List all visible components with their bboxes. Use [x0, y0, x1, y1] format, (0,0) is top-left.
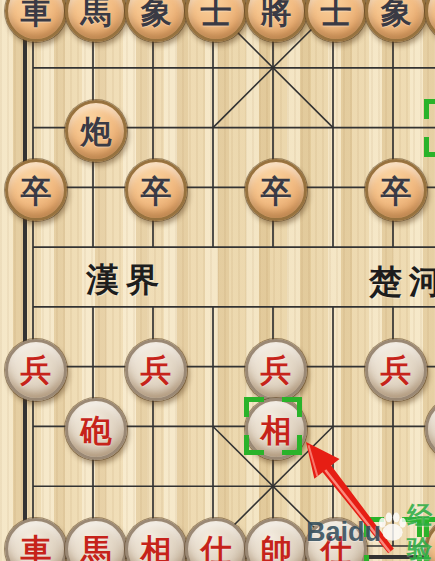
black-horse-glyph: 馬	[81, 0, 112, 28]
black-advisor-glyph: 士	[321, 0, 352, 28]
black-general-glyph: 將	[261, 0, 292, 28]
red-soldier-glyph: 兵	[381, 355, 412, 386]
red-soldier[interactable]: 兵	[365, 339, 427, 401]
red-soldier-glyph: 兵	[21, 355, 52, 386]
xiangqi-board[interactable]: 漢界 楚河 車馬象士將士象馬炮卒卒卒卒兵兵兵兵砲相砲車馬相仕帥仕炮 Baidu …	[0, 0, 435, 561]
black-soldier[interactable]: 卒	[125, 159, 187, 221]
red-cannon[interactable]: 砲	[65, 398, 127, 460]
baidu-paw-icon	[375, 510, 409, 548]
red-horse-glyph: 馬	[81, 535, 112, 561]
red-general-glyph: 帥	[261, 535, 292, 561]
red-soldier-glyph: 兵	[261, 355, 292, 386]
watermark-suffix: 经验	[407, 499, 435, 561]
red-elephant-glyph: 相	[261, 415, 292, 446]
black-elephant-glyph: 象	[381, 0, 412, 28]
red-soldier[interactable]: 兵	[125, 339, 187, 401]
black-cannon-glyph: 炮	[81, 116, 112, 147]
black-elephant-glyph: 象	[141, 0, 172, 28]
watermark: Baidu 经验 jingyan.baidu.com	[306, 499, 435, 561]
red-chariot-glyph: 車	[21, 535, 52, 561]
black-soldier[interactable]: 卒	[5, 159, 67, 221]
black-chariot-glyph: 車	[21, 0, 52, 28]
red-elephant[interactable]: 相	[245, 398, 307, 460]
black-cannon[interactable]: 炮	[65, 100, 127, 162]
red-elephant-glyph: 相	[141, 535, 172, 561]
river-label-han: 漢界	[86, 258, 166, 303]
watermark-brand: Baidu	[306, 517, 381, 548]
black-soldier-glyph: 卒	[141, 176, 172, 207]
red-soldier-glyph: 兵	[141, 355, 172, 386]
xiangqi-app: { "game": "xiangqi", "position": { "fen"…	[0, 0, 435, 561]
river-label-chu: 楚河	[369, 260, 435, 305]
red-soldier[interactable]: 兵	[5, 339, 67, 401]
red-advisor-glyph: 仕	[201, 535, 232, 561]
black-soldier-glyph: 卒	[381, 176, 412, 207]
black-soldier-glyph: 卒	[261, 176, 292, 207]
black-soldier-glyph: 卒	[21, 176, 52, 207]
red-cannon-glyph: 砲	[81, 415, 112, 446]
red-soldier[interactable]: 兵	[245, 339, 307, 401]
black-advisor-glyph: 士	[201, 0, 232, 28]
black-soldier[interactable]: 卒	[245, 159, 307, 221]
black-soldier[interactable]: 卒	[365, 159, 427, 221]
